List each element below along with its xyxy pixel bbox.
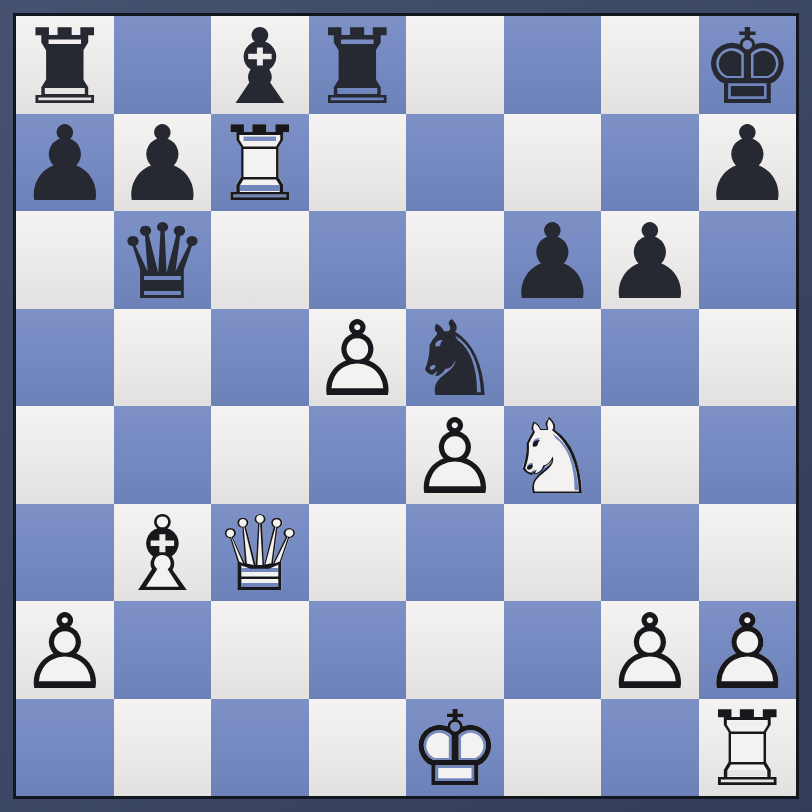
- piece-glyph-outline: ♗: [114, 506, 212, 604]
- white-queen[interactable]: ♛♕: [211, 504, 309, 602]
- piece-glyph-fill: ♟: [601, 213, 699, 311]
- piece-glyph-outline: ♙: [699, 603, 797, 701]
- square-g5[interactable]: [601, 309, 699, 407]
- square-g3[interactable]: [601, 504, 699, 602]
- square-d4[interactable]: [309, 406, 407, 504]
- white-rook[interactable]: ♜♖: [211, 114, 309, 212]
- black-pawn[interactable]: ♟: [601, 211, 699, 309]
- piece-glyph-fill: ♛: [114, 213, 212, 311]
- square-d6[interactable]: [309, 211, 407, 309]
- square-a4[interactable]: [16, 406, 114, 504]
- black-bishop[interactable]: ♝: [211, 16, 309, 114]
- piece-glyph-outline: ♕: [211, 506, 309, 604]
- piece-glyph-outline: ♙: [16, 603, 114, 701]
- piece-glyph-fill: ♜: [16, 18, 114, 116]
- square-b4[interactable]: [114, 406, 212, 504]
- piece-glyph-outline: ♖: [699, 701, 797, 799]
- square-c7[interactable]: ♜♖: [211, 114, 309, 212]
- white-pawn[interactable]: ♟♙: [16, 601, 114, 699]
- black-pawn[interactable]: ♟: [699, 114, 797, 212]
- square-h7[interactable]: ♟: [699, 114, 797, 212]
- square-f4[interactable]: ♞♘: [504, 406, 602, 504]
- square-a3[interactable]: [16, 504, 114, 602]
- square-b7[interactable]: ♟: [114, 114, 212, 212]
- board-frame: ♜♝♜♚♟♟♜♖♟♛♟♟♟♙♞♟♙♞♘♝♗♛♕♟♙♟♙♟♙♚♔♜♖: [0, 0, 812, 812]
- square-g8[interactable]: [601, 16, 699, 114]
- white-bishop[interactable]: ♝♗: [114, 504, 212, 602]
- square-e7[interactable]: [406, 114, 504, 212]
- piece-glyph-outline: ♔: [406, 701, 504, 799]
- square-e8[interactable]: [406, 16, 504, 114]
- black-rook[interactable]: ♜: [309, 16, 407, 114]
- white-pawn[interactable]: ♟♙: [406, 406, 504, 504]
- square-b8[interactable]: [114, 16, 212, 114]
- square-a2[interactable]: ♟♙: [16, 601, 114, 699]
- square-f1[interactable]: [504, 699, 602, 797]
- black-rook[interactable]: ♜: [16, 16, 114, 114]
- piece-glyph-fill: ♝: [211, 18, 309, 116]
- square-h8[interactable]: ♚: [699, 16, 797, 114]
- square-h3[interactable]: [699, 504, 797, 602]
- square-h5[interactable]: [699, 309, 797, 407]
- square-h2[interactable]: ♟♙: [699, 601, 797, 699]
- square-c4[interactable]: [211, 406, 309, 504]
- piece-glyph-outline: ♘: [504, 408, 602, 506]
- white-knight[interactable]: ♞♘: [504, 406, 602, 504]
- black-queen[interactable]: ♛: [114, 211, 212, 309]
- square-b5[interactable]: [114, 309, 212, 407]
- piece-glyph-fill: ♚: [699, 18, 797, 116]
- piece-glyph-fill: ♟: [114, 116, 212, 214]
- square-d5[interactable]: ♟♙: [309, 309, 407, 407]
- square-c2[interactable]: [211, 601, 309, 699]
- square-f6[interactable]: ♟: [504, 211, 602, 309]
- piece-glyph-fill: ♟: [699, 116, 797, 214]
- square-f2[interactable]: [504, 601, 602, 699]
- square-f3[interactable]: [504, 504, 602, 602]
- white-pawn[interactable]: ♟♙: [309, 309, 407, 407]
- piece-glyph-fill: ♟: [16, 116, 114, 214]
- piece-glyph-fill: ♟: [504, 213, 602, 311]
- square-c6[interactable]: [211, 211, 309, 309]
- square-c8[interactable]: ♝: [211, 16, 309, 114]
- square-c3[interactable]: ♛♕: [211, 504, 309, 602]
- white-pawn[interactable]: ♟♙: [699, 601, 797, 699]
- square-c1[interactable]: [211, 699, 309, 797]
- square-a6[interactable]: [16, 211, 114, 309]
- square-d7[interactable]: [309, 114, 407, 212]
- square-e4[interactable]: ♟♙: [406, 406, 504, 504]
- square-h4[interactable]: [699, 406, 797, 504]
- piece-glyph-fill: ♜: [309, 18, 407, 116]
- white-rook[interactable]: ♜♖: [699, 699, 797, 797]
- white-king[interactable]: ♚♔: [406, 699, 504, 797]
- square-g7[interactable]: [601, 114, 699, 212]
- square-d1[interactable]: [309, 699, 407, 797]
- square-b1[interactable]: [114, 699, 212, 797]
- square-g1[interactable]: [601, 699, 699, 797]
- square-h6[interactable]: [699, 211, 797, 309]
- square-h1[interactable]: ♜♖: [699, 699, 797, 797]
- piece-glyph-outline: ♙: [406, 408, 504, 506]
- square-a8[interactable]: ♜: [16, 16, 114, 114]
- square-e2[interactable]: [406, 601, 504, 699]
- square-b6[interactable]: ♛: [114, 211, 212, 309]
- square-e1[interactable]: ♚♔: [406, 699, 504, 797]
- piece-glyph-outline: ♙: [309, 311, 407, 409]
- square-a5[interactable]: [16, 309, 114, 407]
- square-g6[interactable]: ♟: [601, 211, 699, 309]
- square-e3[interactable]: [406, 504, 504, 602]
- square-b2[interactable]: [114, 601, 212, 699]
- black-king[interactable]: ♚: [699, 16, 797, 114]
- square-f5[interactable]: [504, 309, 602, 407]
- square-b3[interactable]: ♝♗: [114, 504, 212, 602]
- square-e5[interactable]: ♞: [406, 309, 504, 407]
- piece-glyph-outline: ♖: [211, 116, 309, 214]
- square-f8[interactable]: [504, 16, 602, 114]
- chess-board: ♜♝♜♚♟♟♜♖♟♛♟♟♟♙♞♟♙♞♘♝♗♛♕♟♙♟♙♟♙♚♔♜♖: [13, 13, 799, 799]
- square-d2[interactable]: [309, 601, 407, 699]
- black-pawn[interactable]: ♟: [16, 114, 114, 212]
- square-d8[interactable]: ♜: [309, 16, 407, 114]
- square-d3[interactable]: [309, 504, 407, 602]
- square-c5[interactable]: [211, 309, 309, 407]
- square-a1[interactable]: [16, 699, 114, 797]
- square-g2[interactable]: ♟♙: [601, 601, 699, 699]
- square-f7[interactable]: [504, 114, 602, 212]
- square-a7[interactable]: ♟: [16, 114, 114, 212]
- white-pawn[interactable]: ♟♙: [601, 601, 699, 699]
- black-knight[interactable]: ♞: [406, 309, 504, 407]
- black-pawn[interactable]: ♟: [504, 211, 602, 309]
- piece-glyph-fill: ♞: [406, 311, 504, 409]
- black-pawn[interactable]: ♟: [114, 114, 212, 212]
- piece-glyph-outline: ♙: [601, 603, 699, 701]
- square-g4[interactable]: [601, 406, 699, 504]
- square-e6[interactable]: [406, 211, 504, 309]
